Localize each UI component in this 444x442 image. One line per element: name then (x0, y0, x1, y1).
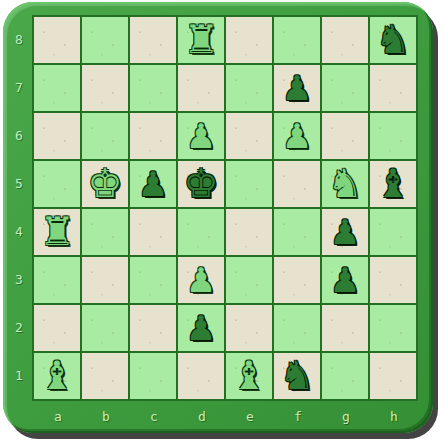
square-g7[interactable] (322, 65, 368, 111)
board-window: 87654321 abcdefgh ♜♞♟♟♟♚♟♚♞♝♜♟♟♟♟♝♝♞ (0, 0, 444, 442)
piece-white-bishop-a1[interactable]: ♝ (34, 353, 80, 399)
square-g8[interactable] (322, 17, 368, 63)
square-b5[interactable]: ♚ (82, 161, 128, 207)
square-f6[interactable]: ♟ (274, 113, 320, 159)
piece-black-king-d5[interactable]: ♚ (178, 161, 224, 207)
rank-label-8: 8 (8, 15, 30, 63)
square-e3[interactable] (226, 257, 272, 303)
square-h6[interactable] (370, 113, 416, 159)
square-d1[interactable] (178, 353, 224, 399)
piece-white-pawn-f6[interactable]: ♟ (274, 113, 320, 159)
piece-black-bishop-h5[interactable]: ♝ (370, 161, 416, 207)
square-h5[interactable]: ♝ (370, 161, 416, 207)
square-b8[interactable] (82, 17, 128, 63)
square-c1[interactable] (130, 353, 176, 399)
square-f3[interactable] (274, 257, 320, 303)
square-c7[interactable] (130, 65, 176, 111)
chess-board: ♜♞♟♟♟♚♟♚♞♝♜♟♟♟♟♝♝♞ (32, 15, 418, 401)
square-a3[interactable] (34, 257, 80, 303)
file-labels: abcdefgh (34, 401, 418, 431)
piece-black-knight-h8[interactable]: ♞ (370, 17, 416, 63)
square-d8[interactable]: ♜ (178, 17, 224, 63)
square-g6[interactable] (322, 113, 368, 159)
square-a4[interactable]: ♜ (34, 209, 80, 255)
square-f2[interactable] (274, 305, 320, 351)
square-h2[interactable] (370, 305, 416, 351)
rank-label-7: 7 (8, 63, 30, 111)
square-e8[interactable] (226, 17, 272, 63)
square-c6[interactable] (130, 113, 176, 159)
square-g3[interactable]: ♟ (322, 257, 368, 303)
file-label-e: e (226, 401, 274, 431)
square-f1[interactable]: ♞ (274, 353, 320, 399)
square-d6[interactable]: ♟ (178, 113, 224, 159)
rank-label-3: 3 (8, 255, 30, 303)
square-c5[interactable]: ♟ (130, 161, 176, 207)
square-g2[interactable] (322, 305, 368, 351)
square-h8[interactable]: ♞ (370, 17, 416, 63)
square-h7[interactable] (370, 65, 416, 111)
piece-white-king-b5[interactable]: ♚ (82, 161, 128, 207)
square-b6[interactable] (82, 113, 128, 159)
square-d7[interactable] (178, 65, 224, 111)
rank-label-2: 2 (8, 303, 30, 351)
piece-black-pawn-d2[interactable]: ♟ (178, 305, 224, 351)
square-a6[interactable] (34, 113, 80, 159)
square-e5[interactable] (226, 161, 272, 207)
rank-label-5: 5 (8, 159, 30, 207)
rank-label-4: 4 (8, 207, 30, 255)
square-d2[interactable]: ♟ (178, 305, 224, 351)
square-g4[interactable]: ♟ (322, 209, 368, 255)
square-c8[interactable] (130, 17, 176, 63)
square-h3[interactable] (370, 257, 416, 303)
square-e7[interactable] (226, 65, 272, 111)
piece-white-pawn-d3[interactable]: ♟ (178, 257, 224, 303)
square-f4[interactable] (274, 209, 320, 255)
square-a1[interactable]: ♝ (34, 353, 80, 399)
square-a7[interactable] (34, 65, 80, 111)
square-e6[interactable] (226, 113, 272, 159)
piece-black-pawn-f7[interactable]: ♟ (274, 65, 320, 111)
square-b3[interactable] (82, 257, 128, 303)
square-c4[interactable] (130, 209, 176, 255)
rank-label-1: 1 (8, 351, 30, 399)
piece-white-rook-a4[interactable]: ♜ (34, 209, 80, 255)
square-d3[interactable]: ♟ (178, 257, 224, 303)
square-e1[interactable]: ♝ (226, 353, 272, 399)
square-f5[interactable] (274, 161, 320, 207)
square-c2[interactable] (130, 305, 176, 351)
square-b4[interactable] (82, 209, 128, 255)
file-label-b: b (82, 401, 130, 431)
square-b7[interactable] (82, 65, 128, 111)
piece-black-pawn-g3[interactable]: ♟ (322, 257, 368, 303)
square-b1[interactable] (82, 353, 128, 399)
square-a8[interactable] (34, 17, 80, 63)
piece-white-bishop-e1[interactable]: ♝ (226, 353, 272, 399)
square-d5[interactable]: ♚ (178, 161, 224, 207)
piece-black-knight-f1[interactable]: ♞ (274, 353, 320, 399)
square-a2[interactable] (34, 305, 80, 351)
rank-label-6: 6 (8, 111, 30, 159)
square-f8[interactable] (274, 17, 320, 63)
piece-white-knight-g5[interactable]: ♞ (322, 161, 368, 207)
file-label-h: h (370, 401, 418, 431)
piece-white-pawn-d6[interactable]: ♟ (178, 113, 224, 159)
file-label-g: g (322, 401, 370, 431)
square-e4[interactable] (226, 209, 272, 255)
square-a5[interactable] (34, 161, 80, 207)
file-label-c: c (130, 401, 178, 431)
file-label-d: d (178, 401, 226, 431)
square-e2[interactable] (226, 305, 272, 351)
square-h1[interactable] (370, 353, 416, 399)
square-g5[interactable]: ♞ (322, 161, 368, 207)
piece-white-rook-d8[interactable]: ♜ (178, 17, 224, 63)
piece-black-pawn-c5[interactable]: ♟ (130, 161, 176, 207)
square-h4[interactable] (370, 209, 416, 255)
square-g1[interactable] (322, 353, 368, 399)
file-label-f: f (274, 401, 322, 431)
piece-black-pawn-g4[interactable]: ♟ (322, 209, 368, 255)
square-c3[interactable] (130, 257, 176, 303)
square-b2[interactable] (82, 305, 128, 351)
square-d4[interactable] (178, 209, 224, 255)
file-label-a: a (34, 401, 82, 431)
square-f7[interactable]: ♟ (274, 65, 320, 111)
